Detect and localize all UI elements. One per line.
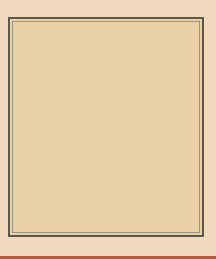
board-inner-frame (12, 21, 200, 233)
xiangqi-board[interactable] (8, 17, 204, 237)
xiangqi-app (0, 0, 216, 259)
